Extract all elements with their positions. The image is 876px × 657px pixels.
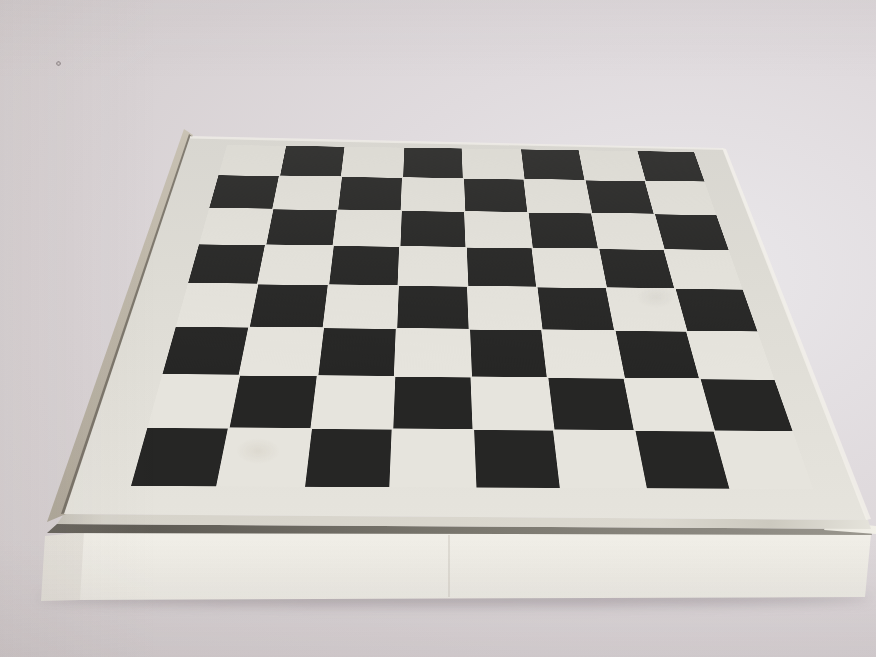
square-e3	[470, 330, 547, 377]
square-h7	[646, 181, 716, 214]
square-f4	[538, 287, 614, 330]
square-a8	[219, 145, 285, 176]
square-d3	[395, 329, 470, 376]
square-b1	[218, 428, 310, 486]
square-b8	[280, 146, 344, 177]
square-g1	[635, 431, 729, 489]
square-a6	[199, 208, 272, 244]
square-e1	[474, 430, 560, 488]
square-a7	[209, 175, 279, 208]
square-c6	[334, 210, 401, 246]
square-f7	[525, 180, 591, 213]
square-a2	[148, 375, 239, 427]
square-d6	[400, 211, 465, 247]
square-b7	[274, 176, 341, 209]
square-d1	[391, 429, 475, 487]
square-d8	[403, 148, 463, 179]
square-c3	[318, 328, 396, 375]
square-a1	[131, 428, 228, 486]
square-c1	[305, 429, 392, 487]
square-d7	[402, 178, 464, 211]
square-b6	[267, 209, 337, 245]
square-f1	[555, 430, 645, 488]
square-g5	[599, 249, 674, 288]
square-a3	[163, 327, 249, 374]
square-c8	[342, 147, 403, 178]
dust-speck	[56, 61, 61, 66]
square-h8	[637, 151, 704, 181]
square-e2	[472, 377, 553, 429]
square-a4	[176, 284, 257, 327]
square-g4	[607, 288, 686, 331]
square-g6	[592, 213, 663, 249]
square-b4	[250, 284, 327, 327]
square-d5	[399, 247, 467, 286]
square-c7	[338, 177, 402, 210]
square-b5	[259, 245, 332, 284]
square-e7	[464, 179, 527, 212]
square-g3	[615, 331, 698, 378]
photo-backdrop	[0, 0, 876, 657]
square-h5	[665, 250, 743, 289]
square-f2	[549, 378, 634, 430]
square-g7	[585, 181, 653, 214]
square-h6	[655, 214, 729, 250]
square-f5	[533, 248, 605, 287]
square-e4	[468, 287, 541, 330]
square-g8	[579, 150, 644, 180]
square-e8	[463, 149, 524, 179]
square-c4	[324, 285, 398, 328]
square-e5	[467, 248, 536, 287]
square-f6	[529, 213, 598, 249]
square-f8	[521, 149, 584, 179]
square-g2	[625, 378, 713, 430]
square-d2	[393, 377, 472, 429]
square-b3	[240, 328, 322, 375]
square-f3	[543, 330, 623, 377]
square-d4	[397, 286, 469, 329]
square-c2	[312, 376, 394, 428]
square-e6	[465, 212, 531, 248]
square-c5	[329, 246, 399, 285]
square-b2	[230, 375, 316, 427]
square-a5	[188, 244, 265, 283]
box-crease-line	[448, 535, 450, 597]
